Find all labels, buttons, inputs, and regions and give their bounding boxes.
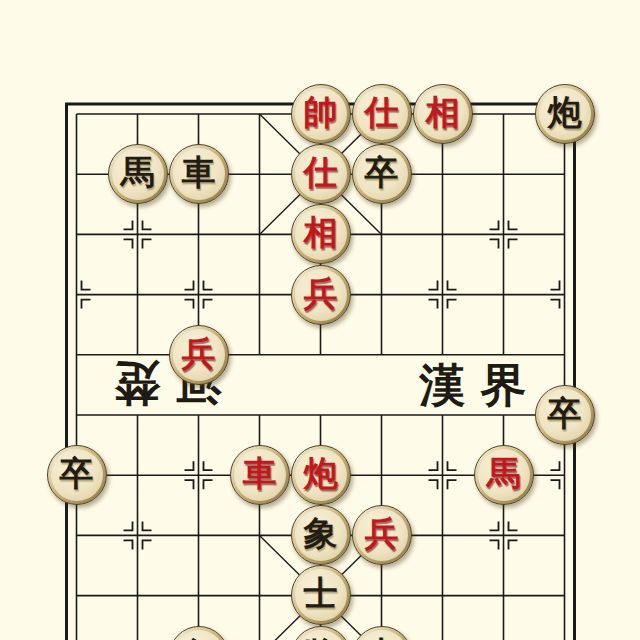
piece-black-elephant-1[interactable]: 象 [291,505,351,565]
piece-black-advisor-1[interactable]: 士 [291,565,351,625]
piece-glyph: 車 [243,457,277,491]
piece-red-elephant-2[interactable]: 相 [291,204,351,264]
piece-glyph: 卒 [365,156,399,190]
piece-glyph: 炮 [548,96,582,130]
piece-red-horse[interactable]: 馬 [474,445,534,505]
piece-glyph: 馬 [487,457,521,491]
piece-glyph: 兵 [365,517,399,551]
piece-glyph: 帥 [304,96,338,130]
piece-red-general[interactable]: 帥 [291,84,351,144]
piece-glyph: 相 [426,96,460,130]
piece-glyph: 士 [304,577,338,611]
piece-red-soldier-1[interactable]: 兵 [291,265,351,325]
piece-glyph: 馬 [121,156,155,190]
piece-glyph: 相 [304,216,338,250]
piece-black-chariot[interactable]: 車 [169,144,229,204]
piece-glyph: 卒 [548,397,582,431]
piece-red-soldier-2[interactable]: 兵 [169,325,229,385]
piece-red-advisor-2[interactable]: 仕 [291,144,351,204]
piece-black-soldier-1[interactable]: 卒 [352,144,412,204]
piece-black-soldier-3[interactable]: 卒 [47,445,107,505]
piece-glyph: 兵 [304,277,338,311]
piece-black-general-partial[interactable]: 將 [291,626,351,640]
piece-red-chariot[interactable]: 車 [230,445,290,505]
piece-black-horse[interactable]: 馬 [108,144,168,204]
piece-red-cannon[interactable]: 炮 [291,445,351,505]
piece-glyph: 仕 [304,156,338,190]
piece-glyph: 兵 [182,337,216,371]
piece-black-cannon[interactable]: 炮 [535,84,595,144]
piece-glyph: 卒 [60,457,94,491]
piece-red-advisor-1[interactable]: 仕 [352,84,412,144]
pieces-layer: 帥仕相炮馬車仕卒相兵兵卒卒車炮馬象兵士象將士 [46,84,595,640]
piece-glyph: 象 [304,517,338,551]
piece-black-advisor-2-partial[interactable]: 士 [352,626,412,640]
piece-black-elephant-2-partial[interactable]: 象 [169,626,229,640]
piece-glyph: 仕 [365,96,399,130]
piece-black-soldier-2[interactable]: 卒 [535,385,595,445]
piece-glyph: 車 [182,156,216,190]
xiangqi-board: 楚 河 漢 界 帥仕相炮馬車仕卒相兵兵卒卒車炮馬象兵士象將士 [0,0,640,640]
piece-glyph: 炮 [304,457,338,491]
piece-red-soldier-3[interactable]: 兵 [352,505,412,565]
piece-red-elephant-1[interactable]: 相 [413,84,473,144]
